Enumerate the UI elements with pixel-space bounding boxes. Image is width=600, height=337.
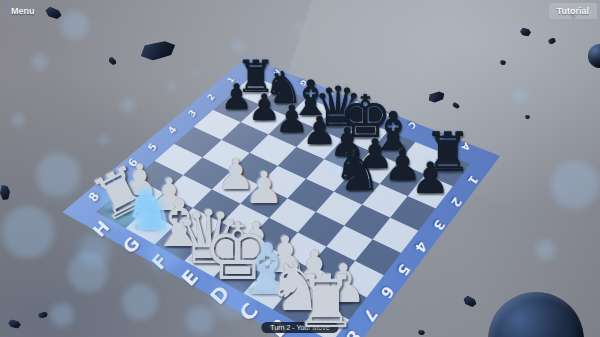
chess-piece-black-knight[interactable]: ♞ <box>333 144 382 199</box>
chess-piece-white-rook[interactable]: ♜ <box>293 264 359 337</box>
game-scene: 1122334455667788HHGGFFEEDDCCBBAA ♜♞♝♛♚♝♜… <box>0 0 600 337</box>
chess-piece-white-pawn[interactable]: ♟ <box>244 166 283 210</box>
chess-piece-black-pawn[interactable]: ♟ <box>411 157 450 200</box>
menu-button[interactable]: Menu <box>3 3 43 19</box>
tutorial-button[interactable]: Tutorial <box>549 3 597 19</box>
